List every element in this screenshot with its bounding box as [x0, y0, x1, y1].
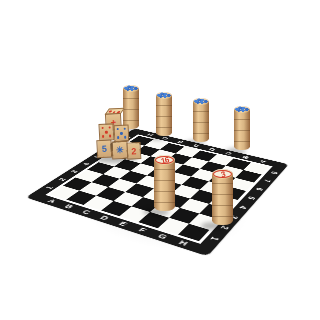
pin-top-blue-badge: [193, 98, 209, 105]
die-pip: [123, 127, 126, 130]
die-red-pips: [98, 123, 114, 141]
pin-badge-label: 3: [219, 169, 225, 179]
pin-h7: [234, 106, 250, 150]
rank-label-right-6: 6: [247, 184, 271, 195]
die-pip: [124, 136, 127, 139]
die-pip: [105, 131, 108, 134]
die-pip: [117, 136, 120, 139]
dice-stack: + 5 ✳ 2: [93, 103, 146, 166]
rank-label-right-7: 7: [255, 176, 279, 186]
pin-top: 3: [212, 169, 233, 179]
pin-body: [154, 159, 175, 211]
pin-f7: [193, 98, 209, 142]
pin-body: [193, 101, 209, 142]
die-pip: [120, 132, 123, 135]
pin-badge-16: 16: [155, 156, 174, 164]
pin-body: [234, 109, 250, 150]
die-pip: [101, 127, 104, 130]
die-2: 2: [126, 142, 141, 160]
pin-badge-3: 3: [213, 170, 232, 178]
pin-top-blue-badge: [156, 92, 172, 99]
pin-body: [156, 95, 172, 136]
pin-body: [212, 173, 233, 225]
pin-d7: [156, 92, 172, 136]
die-symbol: 5: [101, 144, 107, 154]
pin-h2: 3: [212, 169, 233, 225]
product-photo: AABBCCDDEEFFGGHH1122334455667788 +: [0, 0, 320, 320]
die-pip: [116, 128, 119, 131]
pipbox-red: [100, 124, 114, 140]
pin-top-blue-badge: [234, 106, 250, 113]
pin-top: 16: [154, 155, 175, 165]
pipbox-blue: [115, 126, 129, 142]
rank-label-right-5: 5: [239, 192, 264, 203]
die-pip: [108, 126, 111, 129]
die-pip: [102, 135, 105, 138]
die-symbol: ✳: [116, 145, 124, 155]
die-5: 5: [96, 139, 112, 158]
die-pip: [109, 135, 112, 138]
rank-label-right-8: 8: [262, 168, 285, 178]
pin-f3: 16: [154, 155, 175, 211]
pin-badge-label: 16: [160, 155, 170, 166]
pin-top-blue-badge: [123, 85, 139, 92]
die-symbol: 2: [131, 146, 137, 156]
